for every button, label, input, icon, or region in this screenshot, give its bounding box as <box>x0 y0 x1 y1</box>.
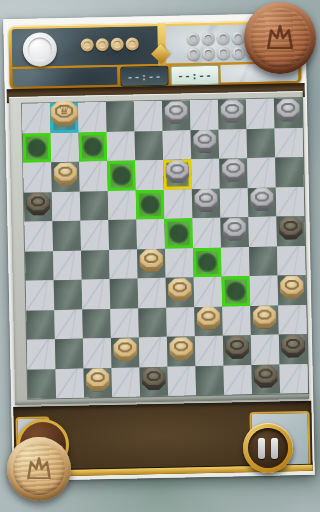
crown-icon <box>258 16 302 60</box>
square-r5c8[interactable] <box>249 246 278 276</box>
square-r6c8[interactable] <box>250 276 279 306</box>
square-r1c0[interactable] <box>23 133 52 163</box>
square-r6c5[interactable] <box>166 277 195 307</box>
crown-icon <box>19 449 59 489</box>
square-r1c6[interactable] <box>191 129 220 159</box>
square-r1c1[interactable] <box>51 132 80 162</box>
white-man-piece[interactable] <box>169 337 193 360</box>
black-man-piece[interactable] <box>222 218 246 241</box>
square-r8c7[interactable] <box>223 335 252 365</box>
black-player-crown-button[interactable] <box>244 2 316 74</box>
square-r0c9[interactable] <box>274 98 303 128</box>
square-r4c1[interactable] <box>52 221 81 251</box>
square-r6c6[interactable] <box>194 277 223 307</box>
square-r6c4[interactable] <box>138 278 167 308</box>
white-man-piece[interactable] <box>139 249 163 272</box>
light-wood-button-face <box>13 443 65 495</box>
board-frame: ♛ <box>9 91 309 405</box>
square-r8c6[interactable] <box>195 336 224 366</box>
square-r3c1[interactable] <box>52 191 81 221</box>
square-r0c0[interactable] <box>22 103 51 133</box>
square-r5c4[interactable] <box>137 248 166 278</box>
square-r8c4[interactable] <box>139 337 168 367</box>
square-r1c5[interactable] <box>163 130 192 160</box>
square-r2c0[interactable] <box>23 162 52 192</box>
white-man-piece[interactable] <box>168 278 192 301</box>
square-r1c7[interactable] <box>219 129 248 159</box>
square-r4c0[interactable] <box>24 221 53 251</box>
pause-icon <box>271 438 278 459</box>
black-man-piece[interactable] <box>225 336 249 359</box>
square-r9c6[interactable] <box>195 365 224 395</box>
square-r3c6[interactable] <box>192 188 221 218</box>
square-r8c0[interactable] <box>27 339 56 369</box>
timer-white: --:-- <box>120 66 168 87</box>
black-man-piece[interactable] <box>276 99 300 122</box>
square-r7c9[interactable] <box>278 304 307 334</box>
square-r6c3[interactable] <box>110 278 139 308</box>
square-r3c4[interactable] <box>136 189 165 219</box>
checkers-board[interactable]: ♛ <box>22 98 308 399</box>
square-r7c0[interactable] <box>26 310 55 340</box>
square-r0c5[interactable] <box>162 100 191 130</box>
square-r5c9[interactable] <box>277 245 306 275</box>
square-r0c2[interactable] <box>78 102 107 132</box>
square-r8c5[interactable] <box>167 336 196 366</box>
black-man-piece[interactable] <box>278 216 302 239</box>
square-r2c7[interactable] <box>219 158 248 188</box>
square-r9c4[interactable] <box>140 366 169 396</box>
black-man-piece[interactable] <box>142 367 166 390</box>
square-r4c3[interactable] <box>108 219 137 249</box>
square-r6c7[interactable] <box>222 276 251 306</box>
square-r5c1[interactable] <box>53 250 82 280</box>
square-r9c1[interactable] <box>56 368 85 398</box>
timer-row-left-fill <box>12 67 117 87</box>
square-r8c8[interactable] <box>251 335 280 365</box>
square-r1c3[interactable] <box>107 131 136 161</box>
pause-icon <box>258 438 265 459</box>
square-r8c3[interactable] <box>111 337 140 367</box>
black-man-piece[interactable] <box>281 334 305 357</box>
black-man-piece[interactable] <box>165 160 189 183</box>
square-r0c1[interactable]: ♛ <box>50 103 79 133</box>
square-r3c7[interactable] <box>220 188 249 218</box>
white-player-crown-button[interactable] <box>7 437 71 501</box>
square-r7c8[interactable] <box>250 305 279 335</box>
white-man-piece[interactable] <box>86 368 110 391</box>
square-r5c5[interactable] <box>165 248 194 278</box>
square-r7c5[interactable] <box>166 307 195 337</box>
square-r2c4[interactable] <box>135 160 164 190</box>
square-r4c7[interactable] <box>220 217 249 247</box>
pause-button-face <box>248 428 288 468</box>
square-r9c7[interactable] <box>223 365 252 395</box>
black-man-piece[interactable] <box>193 130 217 153</box>
square-r5c3[interactable] <box>109 249 138 279</box>
white-man-piece[interactable] <box>53 162 77 185</box>
square-r7c6[interactable] <box>194 306 223 336</box>
square-r2c1[interactable] <box>51 162 80 192</box>
square-r4c8[interactable] <box>248 217 277 247</box>
square-r9c5[interactable] <box>168 366 197 396</box>
black-man-piece[interactable] <box>253 365 277 388</box>
square-r2c9[interactable] <box>275 157 304 187</box>
white-king-piece[interactable]: ♛ <box>50 100 79 127</box>
square-r3c9[interactable] <box>276 186 305 216</box>
square-r4c5[interactable] <box>164 218 193 248</box>
square-r2c3[interactable] <box>107 160 136 190</box>
square-r3c2[interactable] <box>80 191 109 221</box>
square-r3c0[interactable] <box>24 192 53 222</box>
white-man-piece[interactable] <box>113 338 137 361</box>
square-r3c8[interactable] <box>248 187 277 217</box>
black-man-piece[interactable] <box>26 192 50 215</box>
square-r1c4[interactable] <box>135 130 164 160</box>
square-r9c0[interactable] <box>28 369 57 399</box>
square-r7c3[interactable] <box>110 308 139 338</box>
white-man-piece[interactable] <box>196 307 220 330</box>
square-r6c9[interactable] <box>278 275 307 305</box>
square-r7c2[interactable] <box>82 309 111 339</box>
square-r5c6[interactable] <box>193 247 222 277</box>
square-r7c4[interactable] <box>138 307 167 337</box>
black-man-piece[interactable] <box>250 188 274 211</box>
square-r7c7[interactable] <box>222 306 251 336</box>
checkers-app-screen: { "game": "checkers-international-draugh… <box>0 0 320 512</box>
square-r9c3[interactable] <box>112 367 141 397</box>
square-r2c5[interactable] <box>163 159 192 189</box>
square-r0c6[interactable] <box>190 100 219 130</box>
black-man-piece[interactable] <box>221 159 245 182</box>
square-r5c2[interactable] <box>81 250 110 280</box>
game-sheet: --:-- --:-- ♛ <box>3 13 315 481</box>
square-r1c2[interactable] <box>79 132 108 162</box>
square-r2c2[interactable] <box>79 161 108 191</box>
square-r2c8[interactable] <box>247 158 276 188</box>
square-r7c1[interactable] <box>54 309 83 339</box>
square-r0c7[interactable] <box>218 99 247 129</box>
square-r6c0[interactable] <box>26 280 55 310</box>
square-r5c7[interactable] <box>221 247 250 277</box>
square-r4c4[interactable] <box>136 219 165 249</box>
black-man-piece[interactable] <box>164 101 188 124</box>
square-r4c6[interactable] <box>192 218 221 248</box>
square-r4c2[interactable] <box>80 220 109 250</box>
square-r0c8[interactable] <box>246 99 275 129</box>
square-r5c0[interactable] <box>25 251 54 281</box>
square-r8c1[interactable] <box>55 339 84 369</box>
square-r3c3[interactable] <box>108 190 137 220</box>
square-r3c5[interactable] <box>164 189 193 219</box>
black-man-piece[interactable] <box>194 189 218 212</box>
square-r6c2[interactable] <box>82 279 111 309</box>
square-r2c6[interactable] <box>191 159 220 189</box>
square-r1c9[interactable] <box>275 127 304 157</box>
timer-black: --:-- <box>170 65 219 86</box>
square-r6c1[interactable] <box>54 280 83 310</box>
square-r9c9[interactable] <box>279 363 308 393</box>
square-r8c2[interactable] <box>83 338 112 368</box>
square-r8c9[interactable] <box>279 334 308 364</box>
white-man-piece[interactable] <box>280 275 304 298</box>
bronze-button-face <box>250 8 310 68</box>
king-crown-icon: ♛ <box>50 98 78 122</box>
square-r1c8[interactable] <box>247 128 276 158</box>
square-r9c8[interactable] <box>251 364 280 394</box>
black-man-piece[interactable] <box>220 100 244 123</box>
square-r0c3[interactable] <box>106 101 135 131</box>
square-r4c9[interactable] <box>276 216 305 246</box>
white-man-piece[interactable] <box>252 306 276 329</box>
square-r9c2[interactable] <box>84 368 113 398</box>
square-r0c4[interactable] <box>134 101 163 131</box>
pause-button[interactable] <box>243 423 293 473</box>
